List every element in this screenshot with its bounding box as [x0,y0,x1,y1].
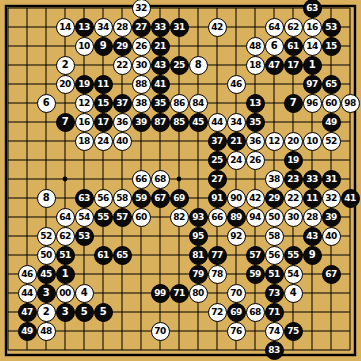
move-number: 39 [135,117,147,126]
black-stone-61: 61 [284,37,303,56]
move-number: 52 [325,136,337,145]
move-number: 66 [135,174,147,183]
move-number: 63 [78,193,90,202]
move-number: 39 [325,212,337,221]
white-stone-60: 60 [322,94,341,113]
white-stone-94: 94 [246,208,265,227]
black-stone-29: 29 [265,189,284,208]
white-stone-74: 74 [265,322,284,341]
move-number: 67 [154,193,166,202]
move-number: 50 [268,212,280,221]
move-number: 10 [78,41,90,50]
white-stone-2: 2 [37,303,56,322]
move-number: 25 [211,155,223,164]
move-number: 58 [116,193,128,202]
move-number: 54 [78,212,90,221]
white-stone-56: 56 [94,189,113,208]
white-stone-46: 46 [227,75,246,94]
white-stone-14: 14 [303,37,322,56]
black-stone-65: 65 [322,75,341,94]
white-stone-32: 32 [322,189,341,208]
black-stone-59: 59 [246,265,265,284]
black-stone-43: 43 [151,56,170,75]
move-number: 26 [135,41,147,50]
move-number: 78 [211,269,223,278]
white-stone-16: 16 [303,18,322,37]
move-number: 51 [268,269,280,278]
black-stone-47: 47 [265,56,284,75]
move-number: 97 [306,79,318,88]
black-stone-81: 81 [189,246,208,265]
white-stone-22: 22 [284,189,303,208]
move-number: 47 [21,307,33,316]
move-number: 91 [211,193,223,202]
white-stone-64: 64 [265,18,284,37]
move-number: 60 [325,98,337,107]
move-number: 48 [40,326,52,335]
move-number: 57 [116,212,128,221]
move-number: 92 [230,231,242,240]
white-stone-22: 22 [113,56,132,75]
hoshi-point [63,177,68,182]
black-stone-51: 51 [265,265,284,284]
black-stone-55: 55 [94,208,113,227]
move-number: 45 [192,117,204,126]
white-stone-32: 32 [132,0,151,18]
move-number: 29 [268,193,280,202]
black-stone-41: 41 [341,189,360,208]
move-number: 40 [325,231,337,240]
move-number: 22 [116,60,128,69]
move-number: 6 [43,98,49,108]
move-number: 69 [173,193,185,202]
move-number: 9 [309,250,315,260]
move-number: 18 [249,60,261,69]
move-number: 88 [135,79,147,88]
black-stone-25: 25 [170,56,189,75]
move-number: 71 [173,288,185,297]
black-stone-35: 35 [151,94,170,113]
move-number: 36 [116,117,128,126]
move-number: 96 [306,98,318,107]
move-number: 42 [211,22,223,31]
black-stone-73: 73 [265,284,284,303]
black-stone-63: 63 [303,0,322,18]
move-number: 68 [154,174,166,183]
move-number: 65 [116,250,128,259]
move-number: 73 [268,288,280,297]
black-stone-65: 65 [113,246,132,265]
move-number: 12 [268,136,280,145]
white-stone-54: 54 [284,265,303,284]
white-stone-4: 4 [75,284,94,303]
move-number: 29 [116,41,128,50]
black-stone-35: 35 [246,113,265,132]
black-stone-57: 57 [113,208,132,227]
white-stone-40: 40 [322,227,341,246]
move-number: 32 [325,193,337,202]
move-number: 83 [268,345,280,354]
black-stone-27: 27 [208,170,227,189]
white-stone-82: 82 [170,208,189,227]
white-stone-52: 52 [37,227,56,246]
white-stone-98: 98 [341,94,360,113]
black-stone-51: 51 [56,246,75,265]
black-stone-3: 3 [37,284,56,303]
move-number: 70 [154,326,166,335]
white-stone-56: 56 [265,246,284,265]
move-number: 95 [192,231,204,240]
move-number: 5 [100,307,106,317]
move-number: 20 [59,79,71,88]
black-stone-67: 67 [322,265,341,284]
black-stone-91: 91 [208,189,227,208]
black-stone-71: 71 [265,303,284,322]
move-number: 65 [325,79,337,88]
white-stone-80: 80 [189,284,208,303]
white-stone-72: 72 [208,303,227,322]
move-number: 87 [154,117,166,126]
move-number: 89 [230,212,242,221]
move-number: 11 [97,79,109,88]
move-number: 3 [43,288,49,298]
white-stone-90: 90 [227,189,246,208]
move-number: 24 [97,136,109,145]
move-number: 12 [78,98,90,107]
move-number: 31 [173,22,185,31]
move-number: 66 [211,212,223,221]
move-number: 46 [230,79,242,88]
go-board[interactable]: 3263141334282733314264621653109292621486… [0,0,361,361]
white-stone-60: 60 [132,208,151,227]
black-stone-31: 31 [322,170,341,189]
white-stone-70: 70 [227,284,246,303]
move-number: 52 [40,231,52,240]
black-stone-99: 99 [151,284,170,303]
black-stone-21: 21 [227,132,246,151]
move-number: 61 [97,250,109,259]
move-number: 7 [62,117,68,127]
white-stone-44: 44 [208,113,227,132]
white-stone-68: 68 [151,170,170,189]
white-stone-36: 36 [113,113,132,132]
move-number: 47 [268,60,280,69]
move-number: 67 [325,269,337,278]
move-number: 25 [173,60,185,69]
move-number: 41 [154,79,166,88]
move-number: 14 [306,41,318,50]
black-stone-33: 33 [151,18,170,37]
white-stone-62: 62 [56,227,75,246]
black-stone-83: 83 [265,341,284,360]
move-number: 84 [192,98,204,107]
black-stone-71: 71 [170,284,189,303]
black-stone-25: 25 [208,151,227,170]
white-stone-26: 26 [246,151,265,170]
move-number: 49 [325,117,337,126]
move-number: 56 [268,250,280,259]
white-stone-84: 84 [189,94,208,113]
move-number: 16 [78,117,90,126]
move-number: 38 [268,174,280,183]
black-stone-9: 9 [94,37,113,56]
black-stone-1: 1 [56,265,75,284]
move-number: 55 [97,212,109,221]
black-stone-67: 67 [151,189,170,208]
move-number: 94 [249,212,261,221]
white-stone-48: 48 [37,322,56,341]
move-number: 2 [43,307,49,317]
black-stone-45: 45 [37,265,56,284]
white-stone-50: 50 [265,208,284,227]
move-number: 58 [268,231,280,240]
white-stone-12: 12 [75,94,94,113]
move-number: 60 [135,212,147,221]
black-stone-19: 19 [75,75,94,94]
black-stone-11: 11 [303,189,322,208]
move-number: 17 [287,60,299,69]
move-number: 4 [290,288,296,298]
move-number: 35 [249,117,261,126]
white-stone-44: 44 [18,284,37,303]
black-stone-57: 57 [246,246,265,265]
move-number: 3 [62,307,68,317]
move-number: 57 [249,250,261,259]
white-stone-16: 16 [75,113,94,132]
move-number: 8 [43,193,49,203]
move-number: 41 [344,193,356,202]
move-number: 15 [325,41,337,50]
black-stone-87: 87 [151,113,170,132]
black-stone-27: 27 [132,18,151,37]
white-stone-58: 58 [265,227,284,246]
black-stone-95: 95 [189,227,208,246]
white-stone-62: 62 [284,18,303,37]
white-stone-34: 34 [227,113,246,132]
white-stone-10: 10 [303,132,322,151]
move-number: 51 [59,250,71,259]
move-number: 45 [40,269,52,278]
white-stone-30: 30 [284,208,303,227]
move-number: 36 [249,136,261,145]
black-stone-61: 61 [94,246,113,265]
move-number: 13 [78,22,90,31]
white-stone-00: 00 [56,284,75,303]
black-stone-53: 53 [322,18,341,37]
move-number: 49 [21,326,33,335]
move-number: 50 [40,250,52,259]
move-number: 14 [59,22,71,31]
black-stone-5: 5 [94,303,113,322]
white-stone-18: 18 [75,132,94,151]
move-number: 2 [62,60,68,70]
move-number: 33 [306,174,318,183]
white-stone-66: 66 [208,208,227,227]
move-number: 59 [135,193,147,202]
move-number: 53 [78,231,90,240]
white-stone-26: 26 [132,37,151,56]
white-stone-6: 6 [265,37,284,56]
move-number: 32 [135,3,147,12]
move-number: 16 [306,22,318,31]
move-number: 46 [21,269,33,278]
move-number: 35 [154,98,166,107]
move-number: 24 [230,155,242,164]
move-number: 9 [100,41,106,51]
move-number: 40 [116,136,128,145]
white-stone-24: 24 [227,151,246,170]
white-stone-4: 4 [284,284,303,303]
white-stone-36: 36 [246,132,265,151]
move-number: 48 [249,41,261,50]
move-number: 00 [59,288,71,297]
move-number: 21 [154,41,166,50]
move-number: 1 [62,269,68,279]
move-number: 20 [287,136,299,145]
move-number: 31 [325,174,337,183]
black-stone-9: 9 [303,246,322,265]
black-stone-79: 79 [189,265,208,284]
black-stone-93: 93 [189,208,208,227]
white-stone-14: 14 [56,18,75,37]
white-stone-34: 34 [94,18,113,37]
black-stone-77: 77 [208,246,227,265]
move-number: 55 [287,250,299,259]
move-number: 64 [59,212,71,221]
move-number: 63 [306,3,318,12]
black-stone-37: 37 [208,132,227,151]
black-stone-15: 15 [94,94,113,113]
move-number: 7 [290,98,296,108]
move-number: 64 [268,22,280,31]
white-stone-66: 66 [132,170,151,189]
white-stone-30: 30 [132,56,151,75]
black-stone-33: 33 [303,170,322,189]
white-stone-8: 8 [37,189,56,208]
white-stone-78: 78 [208,265,227,284]
white-stone-52: 52 [322,132,341,151]
hoshi-point [177,177,182,182]
black-stone-37: 37 [113,94,132,113]
white-stone-28: 28 [113,18,132,37]
black-stone-31: 31 [170,18,189,37]
move-number: 1 [309,60,315,70]
move-number: 80 [192,288,204,297]
move-number: 72 [211,307,223,316]
move-number: 74 [268,326,280,335]
move-number: 22 [287,193,299,202]
move-number: 27 [135,22,147,31]
white-stone-2: 2 [56,56,75,75]
black-stone-13: 13 [246,94,265,113]
black-stone-39: 39 [132,113,151,132]
move-number: 81 [192,250,204,259]
white-stone-50: 50 [37,246,56,265]
white-stone-48: 48 [246,37,265,56]
black-stone-43: 43 [303,227,322,246]
move-number: 30 [135,60,147,69]
white-stone-20: 20 [284,132,303,151]
white-stone-40: 40 [113,132,132,151]
move-number: 68 [249,307,261,316]
black-stone-69: 69 [227,303,246,322]
move-number: 71 [268,307,280,316]
black-stone-5: 5 [75,303,94,322]
black-stone-47: 47 [18,303,37,322]
move-number: 59 [249,269,261,278]
move-number: 62 [59,231,71,240]
move-number: 43 [306,231,318,240]
move-number: 19 [287,155,299,164]
move-number: 28 [116,22,128,31]
black-stone-85: 85 [170,113,189,132]
move-number: 43 [154,60,166,69]
white-stone-46: 46 [18,265,37,284]
move-number: 90 [230,193,242,202]
move-number: 10 [306,136,318,145]
move-number: 19 [78,79,90,88]
move-number: 37 [116,98,128,107]
move-number: 26 [249,155,261,164]
black-stone-55: 55 [284,246,303,265]
white-stone-42: 42 [208,18,227,37]
black-stone-17: 17 [284,56,303,75]
move-number: 69 [230,307,242,316]
white-stone-24: 24 [94,132,113,151]
move-number: 18 [78,136,90,145]
move-number: 70 [230,288,242,297]
black-stone-29: 29 [113,37,132,56]
black-stone-11: 11 [94,75,113,94]
black-stone-39: 39 [322,208,341,227]
black-stone-69: 69 [170,189,189,208]
white-stone-8: 8 [189,56,208,75]
move-number: 11 [306,193,318,202]
white-stone-88: 88 [132,75,151,94]
black-stone-45: 45 [189,113,208,132]
move-number: 62 [287,22,299,31]
move-number: 79 [192,269,204,278]
black-stone-15: 15 [322,37,341,56]
move-number: 13 [249,98,261,107]
white-stone-18: 18 [246,56,265,75]
black-stone-89: 89 [227,208,246,227]
move-number: 5 [81,307,87,317]
move-number: 54 [287,269,299,278]
black-stone-3: 3 [56,303,75,322]
move-number: 85 [173,117,185,126]
white-stone-12: 12 [265,132,284,151]
move-number: 33 [154,22,166,31]
move-number: 75 [287,326,299,335]
white-stone-42: 42 [246,189,265,208]
black-stone-1: 1 [303,56,322,75]
white-stone-58: 58 [113,189,132,208]
move-number: 44 [211,117,223,126]
white-stone-6: 6 [37,94,56,113]
white-stone-92: 92 [227,227,246,246]
white-stone-76: 76 [227,322,246,341]
black-stone-59: 59 [132,189,151,208]
move-number: 30 [287,212,299,221]
black-stone-97: 97 [303,75,322,94]
move-number: 76 [230,326,242,335]
move-number: 6 [271,41,277,51]
move-number: 17 [97,117,109,126]
white-stone-38: 38 [265,170,284,189]
white-stone-54: 54 [75,208,94,227]
white-stone-10: 10 [75,37,94,56]
